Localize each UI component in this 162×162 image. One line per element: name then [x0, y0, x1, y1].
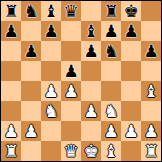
square-a6[interactable]	[1, 41, 21, 61]
square-b5[interactable]	[21, 61, 41, 81]
square-c5[interactable]	[41, 61, 61, 81]
square-g1[interactable]	[121, 141, 141, 161]
square-f5[interactable]	[101, 61, 121, 81]
square-e1[interactable]: ♚	[81, 141, 101, 161]
white-pawn: ♟	[103, 121, 118, 141]
white-bishop: ♝	[143, 81, 158, 101]
white-pawn: ♟	[63, 81, 78, 101]
black-knight: ♞	[103, 41, 118, 61]
black-pawn: ♟	[83, 41, 98, 61]
square-b3[interactable]	[21, 101, 41, 121]
chess-board-grid: ♜♞♝♛♜♚♟♟♝♟♟♟♟♞♟♟♟♟♝♞♟♞♟♟♟♟♟♜♛♚♝♜	[1, 1, 161, 161]
square-b6[interactable]: ♟	[21, 41, 41, 61]
black-pawn: ♟	[3, 21, 18, 41]
square-h6[interactable]: ♟	[141, 41, 161, 61]
square-c7[interactable]: ♟	[41, 21, 61, 41]
square-f7[interactable]: ♟	[101, 21, 121, 41]
white-bishop: ♝	[103, 141, 118, 161]
square-h2[interactable]: ♟	[141, 121, 161, 141]
square-b4[interactable]	[21, 81, 41, 101]
square-d8[interactable]: ♛	[61, 1, 81, 21]
square-a3[interactable]	[1, 101, 21, 121]
white-pawn: ♟	[3, 121, 18, 141]
black-bishop: ♝	[43, 1, 58, 21]
square-d6[interactable]	[61, 41, 81, 61]
square-a8[interactable]: ♜	[1, 1, 21, 21]
square-e3[interactable]: ♟	[81, 101, 101, 121]
white-pawn: ♟	[123, 121, 138, 141]
black-bishop: ♝	[83, 21, 98, 41]
black-knight: ♞	[23, 1, 38, 21]
square-d3[interactable]	[61, 101, 81, 121]
square-g3[interactable]	[121, 101, 141, 121]
black-pawn: ♟	[23, 41, 38, 61]
white-knight: ♞	[43, 101, 58, 121]
black-pawn: ♟	[103, 21, 118, 41]
square-h1[interactable]: ♜	[141, 141, 161, 161]
square-e2[interactable]	[81, 121, 101, 141]
square-d7[interactable]	[61, 21, 81, 41]
square-c2[interactable]	[41, 121, 61, 141]
square-f4[interactable]	[101, 81, 121, 101]
white-rook: ♜	[143, 141, 158, 161]
square-g2[interactable]: ♟	[121, 121, 141, 141]
square-h8[interactable]	[141, 1, 161, 21]
white-queen: ♛	[63, 141, 78, 161]
black-king: ♚	[123, 1, 138, 21]
square-f3[interactable]: ♞	[101, 101, 121, 121]
white-king: ♚	[83, 141, 98, 161]
square-a7[interactable]: ♟	[1, 21, 21, 41]
white-pawn: ♟	[23, 121, 38, 141]
square-c8[interactable]: ♝	[41, 1, 61, 21]
square-f6[interactable]: ♞	[101, 41, 121, 61]
square-d5[interactable]: ♟	[61, 61, 81, 81]
square-g4[interactable]	[121, 81, 141, 101]
black-queen: ♛	[63, 1, 78, 21]
square-b1[interactable]	[21, 141, 41, 161]
square-h4[interactable]: ♝	[141, 81, 161, 101]
square-h5[interactable]	[141, 61, 161, 81]
white-rook: ♜	[3, 141, 18, 161]
square-a1[interactable]: ♜	[1, 141, 21, 161]
square-g6[interactable]	[121, 41, 141, 61]
square-b2[interactable]: ♟	[21, 121, 41, 141]
square-g5[interactable]	[121, 61, 141, 81]
square-e7[interactable]: ♝	[81, 21, 101, 41]
square-c6[interactable]	[41, 41, 61, 61]
square-h3[interactable]	[141, 101, 161, 121]
black-pawn: ♟	[123, 21, 138, 41]
square-h7[interactable]	[141, 21, 161, 41]
square-f2[interactable]: ♟	[101, 121, 121, 141]
square-d2[interactable]	[61, 121, 81, 141]
square-b8[interactable]: ♞	[21, 1, 41, 21]
square-g7[interactable]: ♟	[121, 21, 141, 41]
square-b7[interactable]	[21, 21, 41, 41]
square-c3[interactable]: ♞	[41, 101, 61, 121]
black-pawn: ♟	[143, 41, 158, 61]
black-pawn: ♟	[43, 21, 58, 41]
square-e8[interactable]	[81, 1, 101, 21]
white-pawn: ♟	[143, 121, 158, 141]
square-g8[interactable]: ♚	[121, 1, 141, 21]
square-e4[interactable]	[81, 81, 101, 101]
black-rook: ♜	[3, 1, 18, 21]
chess-board: ♜♞♝♛♜♚♟♟♝♟♟♟♟♞♟♟♟♟♝♞♟♞♟♟♟♟♟♜♛♚♝♜	[0, 0, 162, 162]
square-c1[interactable]	[41, 141, 61, 161]
square-e5[interactable]	[81, 61, 101, 81]
square-f1[interactable]: ♝	[101, 141, 121, 161]
square-a2[interactable]: ♟	[1, 121, 21, 141]
square-d4[interactable]: ♟	[61, 81, 81, 101]
black-pawn: ♟	[63, 61, 78, 81]
square-a4[interactable]	[1, 81, 21, 101]
square-e6[interactable]: ♟	[81, 41, 101, 61]
white-pawn: ♟	[43, 81, 58, 101]
square-a5[interactable]	[1, 61, 21, 81]
black-rook: ♜	[103, 1, 118, 21]
square-c4[interactable]: ♟	[41, 81, 61, 101]
white-knight: ♞	[103, 101, 118, 121]
square-d1[interactable]: ♛	[61, 141, 81, 161]
square-f8[interactable]: ♜	[101, 1, 121, 21]
white-pawn: ♟	[83, 101, 98, 121]
